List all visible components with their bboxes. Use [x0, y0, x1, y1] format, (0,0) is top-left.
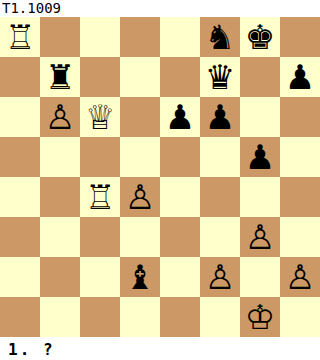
square-e1[interactable]	[160, 297, 200, 337]
square-a5[interactable]	[0, 137, 40, 177]
square-f6[interactable]: ♟	[200, 97, 240, 137]
square-d5[interactable]	[120, 137, 160, 177]
square-c3[interactable]	[80, 217, 120, 257]
square-b8[interactable]	[40, 17, 80, 57]
square-f1[interactable]	[200, 297, 240, 337]
black-pawn: ♟	[165, 97, 195, 137]
black-pawn: ♟	[245, 137, 275, 177]
square-a3[interactable]	[0, 217, 40, 257]
square-a1[interactable]	[0, 297, 40, 337]
square-c6[interactable]: ♕	[80, 97, 120, 137]
square-g4[interactable]	[240, 177, 280, 217]
square-h8[interactable]	[280, 17, 320, 57]
square-b4[interactable]	[40, 177, 80, 217]
white-queen: ♕	[85, 97, 115, 137]
square-b7[interactable]: ♜	[40, 57, 80, 97]
square-c4[interactable]: ♖	[80, 177, 120, 217]
square-g2[interactable]	[240, 257, 280, 297]
square-b1[interactable]	[40, 297, 80, 337]
square-d6[interactable]	[120, 97, 160, 137]
white-pawn: ♙	[245, 217, 275, 257]
white-rook: ♖	[85, 177, 115, 217]
square-c7[interactable]	[80, 57, 120, 97]
square-h5[interactable]	[280, 137, 320, 177]
square-a7[interactable]	[0, 57, 40, 97]
square-g1[interactable]: ♔	[240, 297, 280, 337]
chess-puzzle-window: T1.1009 ♖♞♚♜♛♟♙♕♟♟♟♖♙♙♝♙♙♔ 1. ?	[0, 0, 320, 360]
puzzle-title: T1.1009	[0, 0, 320, 17]
square-d8[interactable]	[120, 17, 160, 57]
square-b6[interactable]: ♙	[40, 97, 80, 137]
move-prompt: 1. ?	[0, 337, 320, 360]
square-d2[interactable]: ♝	[120, 257, 160, 297]
black-knight: ♞	[205, 17, 235, 57]
square-e7[interactable]	[160, 57, 200, 97]
black-bishop: ♝	[125, 257, 155, 297]
white-rook: ♖	[5, 17, 35, 57]
square-b5[interactable]	[40, 137, 80, 177]
white-pawn: ♙	[125, 177, 155, 217]
square-a6[interactable]	[0, 97, 40, 137]
square-b2[interactable]	[40, 257, 80, 297]
square-f7[interactable]: ♛	[200, 57, 240, 97]
square-e2[interactable]	[160, 257, 200, 297]
square-e5[interactable]	[160, 137, 200, 177]
black-pawn: ♟	[285, 57, 315, 97]
square-h1[interactable]	[280, 297, 320, 337]
square-h3[interactable]	[280, 217, 320, 257]
square-d3[interactable]	[120, 217, 160, 257]
square-h7[interactable]: ♟	[280, 57, 320, 97]
square-a8[interactable]: ♖	[0, 17, 40, 57]
square-c1[interactable]	[80, 297, 120, 337]
square-e8[interactable]	[160, 17, 200, 57]
square-g7[interactable]	[240, 57, 280, 97]
black-pawn: ♟	[205, 97, 235, 137]
square-c2[interactable]	[80, 257, 120, 297]
white-pawn: ♙	[285, 257, 315, 297]
square-d4[interactable]: ♙	[120, 177, 160, 217]
square-h4[interactable]	[280, 177, 320, 217]
square-e6[interactable]: ♟	[160, 97, 200, 137]
black-rook: ♜	[45, 57, 75, 97]
square-e4[interactable]	[160, 177, 200, 217]
square-d1[interactable]	[120, 297, 160, 337]
square-f4[interactable]	[200, 177, 240, 217]
square-g6[interactable]	[240, 97, 280, 137]
chess-board: ♖♞♚♜♛♟♙♕♟♟♟♖♙♙♝♙♙♔	[0, 17, 320, 337]
square-d7[interactable]	[120, 57, 160, 97]
square-g3[interactable]: ♙	[240, 217, 280, 257]
square-f2[interactable]: ♙	[200, 257, 240, 297]
white-pawn: ♙	[45, 97, 75, 137]
square-e3[interactable]	[160, 217, 200, 257]
square-b3[interactable]	[40, 217, 80, 257]
square-f5[interactable]	[200, 137, 240, 177]
white-king: ♔	[245, 297, 275, 337]
square-h2[interactable]: ♙	[280, 257, 320, 297]
square-h6[interactable]	[280, 97, 320, 137]
square-a4[interactable]	[0, 177, 40, 217]
square-a2[interactable]	[0, 257, 40, 297]
square-f3[interactable]	[200, 217, 240, 257]
square-f8[interactable]: ♞	[200, 17, 240, 57]
square-g5[interactable]: ♟	[240, 137, 280, 177]
black-queen: ♛	[205, 57, 235, 97]
black-king: ♚	[245, 17, 275, 57]
square-c8[interactable]	[80, 17, 120, 57]
square-g8[interactable]: ♚	[240, 17, 280, 57]
white-pawn: ♙	[205, 257, 235, 297]
square-c5[interactable]	[80, 137, 120, 177]
